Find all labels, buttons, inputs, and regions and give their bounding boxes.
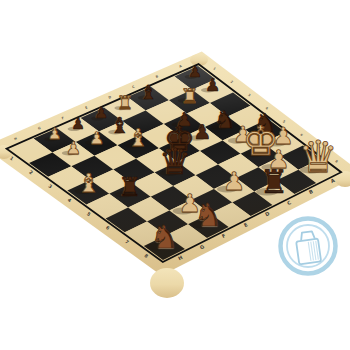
chess-product-photo: AABBCCDDEEFFGGHH1122334455667788 ♛♜♞♞♟♟♟… (0, 0, 350, 350)
scalloped-corner (150, 268, 184, 298)
chess-board: AABBCCDDEEFFGGHH1122334455667788 (0, 0, 350, 350)
